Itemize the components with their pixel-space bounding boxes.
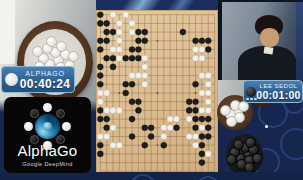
black-stone [123,81,129,87]
white-stone [161,125,167,131]
white-stone [142,64,148,70]
white-stone [135,73,141,79]
black-stone [199,38,205,44]
black-stone [135,99,141,105]
broadcast-frame: AlphaGo Google DeepMind ALPHAGO 00:40: [0,0,303,180]
black-stone [193,125,199,131]
black-stone [205,38,211,44]
black-stone [135,55,141,61]
white-stone [199,90,205,96]
player-camera-feed [222,2,303,80]
black-stone [135,46,141,52]
white-stone [68,51,79,62]
black-stone [104,125,110,131]
byoyomi-period-dots [246,98,257,101]
white-stone [116,46,122,52]
black-stone [129,81,135,87]
white-stone-icon [5,73,18,86]
white-stone [129,20,135,26]
black-stone [104,116,110,122]
black-stone [97,73,103,79]
logo-subtitle: Google DeepMind [4,161,91,167]
black-stone [193,81,199,87]
alphago-swirl-icon [35,114,60,139]
black-stone [97,107,103,113]
white-stone [173,116,179,122]
black-stone [97,12,103,18]
black-stone [97,116,103,122]
white-stone [199,125,205,131]
alphago-clock: ALPHAGO 00:40:24 [1,66,75,93]
white-stone [193,55,199,61]
white-stone [104,90,110,96]
decor-dot [265,125,268,128]
white-stone [110,142,116,148]
black-stone [129,99,135,105]
black-stone [97,20,103,26]
black-stone [186,107,192,113]
lee-sedol-time: 00:01:00 [256,90,300,100]
white-stone [193,46,199,52]
white-stone [116,20,122,26]
black-stone [97,81,103,87]
white-stone [116,142,122,148]
white-stone [142,73,148,79]
white-stone [97,99,103,105]
white-stone [116,107,122,113]
logo-white-stone-icon [24,122,33,131]
white-stone [116,55,122,61]
black-stone [199,151,205,157]
black-stone [193,38,199,44]
top-banner-strip [96,0,218,10]
black-stone [205,133,211,139]
black-stone [129,133,135,139]
black-stone [142,125,148,131]
black-stone [252,153,263,164]
black-stone [199,133,205,139]
black-stone [129,55,135,61]
wall-highlight [0,0,15,64]
black-stone [193,107,199,113]
alphago-logo-card: AlphaGo Google DeepMind [4,97,91,173]
white-stone [97,133,103,139]
logo-black-stone-icon [30,109,39,118]
white-stone [199,46,205,52]
white-stone [110,46,116,52]
black-stone [186,99,192,105]
black-stone-heap [226,134,263,176]
white-stone [129,29,135,35]
white-stone [205,107,211,113]
decor-ring [196,176,220,180]
white-stone [129,73,135,79]
black-stone [97,46,103,52]
white-stone [205,99,211,105]
black-stone [123,90,129,96]
white-stone [226,116,237,127]
black-stone [226,154,237,165]
black-stone [148,125,154,131]
white-stone [104,133,110,139]
white-stone [220,105,231,116]
white-stone [199,107,205,113]
black-stone [97,142,103,148]
black-stone [142,142,148,148]
white-stone [110,107,116,113]
black-stone [199,142,205,148]
black-stone [97,38,103,44]
banner-streak [166,0,195,10]
black-stone [148,133,154,139]
black-stone [97,64,103,70]
logo-white-stone-icon [43,103,52,112]
black-stone [142,29,148,35]
bottom-banner-strip [0,172,303,180]
white-stone [186,116,192,122]
black-stone [193,116,199,122]
go-board [96,10,218,173]
logo-white-stone-icon [62,122,71,131]
black-stone [110,64,116,70]
white-stone [205,81,211,87]
black-stone [161,142,167,148]
white-stone [205,90,211,96]
white-stone [110,12,116,18]
white-stone [97,90,103,96]
black-stone [199,116,205,122]
lee-sedol-face [260,28,279,47]
white-stone [161,133,167,139]
black-stone [104,38,110,44]
white-stone [186,133,192,139]
black-stone [104,20,110,26]
white-stone [167,125,173,131]
black-stone [142,38,148,44]
logo-black-stone-icon [56,109,65,118]
black-stone [193,99,199,105]
white-stone [123,12,129,18]
black-stone [173,125,179,131]
white-stone [167,116,173,122]
black-stone [135,107,141,113]
black-stone [110,29,116,35]
black-stone [233,139,244,150]
black-stone [123,55,129,61]
white-stone [205,73,211,79]
white-stone [199,73,205,79]
white-stone [193,133,199,139]
black-stone-icon [246,87,256,97]
white-stone [193,142,199,148]
white-stone [142,55,148,61]
black-stone [180,29,186,35]
white-stone [104,107,110,113]
black-stone [129,46,135,52]
black-stone [104,29,110,35]
white-stone [116,38,122,44]
black-stone [205,46,211,52]
white-stone [110,125,116,131]
black-stone [205,125,211,131]
black-stone [110,55,116,61]
lee-sedol-collar [264,46,274,54]
white-stone [116,29,122,35]
black-stone [97,151,103,157]
alphago-time: 00:40:24 [20,78,70,90]
decor-ring [130,174,156,180]
white-stone [205,151,211,157]
logo-title: AlphaGo [4,143,91,159]
black-stone [129,116,135,122]
lee-sedol-clock: LEE SEDOL 00:01:00 [243,80,303,103]
banner-streak [120,0,161,10]
black-stone [135,38,141,44]
black-stone [205,116,211,122]
video-background-band [296,2,303,80]
white-stone [142,81,148,87]
decor-ring [280,128,303,160]
black-stone [199,160,205,166]
black-stone [104,55,110,61]
white-stone [199,55,205,61]
black-stone [135,29,141,35]
